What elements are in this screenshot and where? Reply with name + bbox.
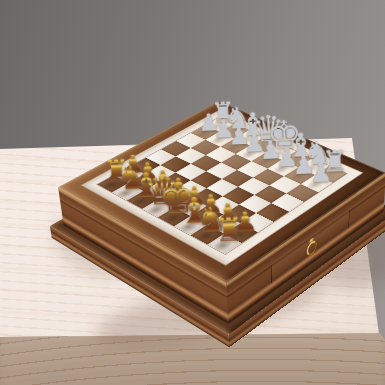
chess-set: ♜♟♟♜♞♟♟♞♝♟♟♝♛♟♟♛♚♟♟♚♝♟♟♝♞♟♟♞♜♟♟♜: [101, 59, 343, 301]
square: ♜: [208, 234, 242, 254]
photo-stage: ♜♟♟♜♞♟♟♞♝♟♟♝♛♟♟♛♚♟♟♚♝♟♟♝♞♟♟♞♜♟♟♜: [0, 0, 385, 385]
gold-rook: ♜: [204, 213, 254, 247]
silver-pawn: ♟: [298, 159, 344, 186]
square: ♟: [301, 175, 332, 192]
square: [255, 185, 287, 203]
drawer-ring-pull-icon: [306, 235, 317, 259]
ring: [306, 238, 316, 258]
